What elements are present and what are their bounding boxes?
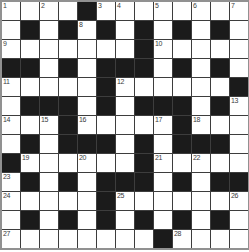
clue-number-7: 7: [231, 2, 235, 10]
cell-r1-c13[interactable]: 7: [230, 2, 248, 20]
cell-r5-c1[interactable]: 11: [2, 78, 20, 96]
cell-r12-c12: [211, 211, 229, 229]
cell-r9-c12[interactable]: [211, 154, 229, 172]
cell-r11-c8[interactable]: [135, 192, 153, 210]
cell-r3-c10[interactable]: [173, 40, 191, 58]
cell-r3-c7[interactable]: [116, 40, 134, 58]
cell-r2-c5[interactable]: 8: [78, 21, 96, 39]
cell-r1-c10[interactable]: [173, 2, 191, 20]
cell-r6-c2: [21, 97, 39, 115]
clue-number-6: 6: [193, 2, 197, 10]
cell-r8-c7[interactable]: [116, 135, 134, 153]
cell-r1-c5: [78, 2, 96, 20]
cell-r4-c13[interactable]: [230, 59, 248, 77]
cell-r13-c11[interactable]: [192, 230, 210, 248]
cell-r3-c12[interactable]: [211, 40, 229, 58]
cell-r5-c5[interactable]: [78, 78, 96, 96]
cell-r2-c9[interactable]: [154, 21, 172, 39]
cell-r6-c3: [40, 97, 58, 115]
cell-r11-c9[interactable]: [154, 192, 172, 210]
cell-r3-c11[interactable]: [192, 40, 210, 58]
cell-r10-c6: [97, 173, 115, 191]
cell-r11-c1[interactable]: 24: [2, 192, 20, 210]
cell-r7-c10: [173, 116, 191, 134]
clue-number-28: 28: [174, 230, 181, 238]
cell-r1-c7[interactable]: 4: [116, 2, 134, 20]
cell-r11-c10[interactable]: [173, 192, 191, 210]
cell-r2-c8: [135, 21, 153, 39]
cell-r3-c6[interactable]: [97, 40, 115, 58]
cell-r9-c11[interactable]: 22: [192, 154, 210, 172]
cell-r11-c5[interactable]: [78, 192, 96, 210]
cell-r2-c13[interactable]: [230, 21, 248, 39]
cell-r8-c6: [97, 135, 115, 153]
cell-r10-c11[interactable]: [192, 173, 210, 191]
cell-r2-c2: [21, 21, 39, 39]
cell-r5-c4[interactable]: [59, 78, 77, 96]
cell-r3-c4[interactable]: [59, 40, 77, 58]
cell-r2-c6: [97, 21, 115, 39]
cell-r10-c8: [135, 173, 153, 191]
cell-r6-c10: [173, 97, 191, 115]
cell-r12-c6: [97, 211, 115, 229]
cell-r3-c5[interactable]: [78, 40, 96, 58]
cell-r10-c1[interactable]: 23: [2, 173, 20, 191]
cell-r7-c13[interactable]: [230, 116, 248, 134]
cell-r12-c9[interactable]: [154, 211, 172, 229]
crossword-puzzle: 1234567891011121314151617181920212223242…: [0, 0, 249, 252]
clue-number-4: 4: [117, 2, 121, 10]
cell-r4-c6: [97, 59, 115, 77]
cell-r3-c2[interactable]: [21, 40, 39, 58]
cell-r7-c9[interactable]: 17: [154, 116, 172, 134]
cell-r4-c5[interactable]: [78, 59, 96, 77]
cell-r6-c9: [154, 97, 172, 115]
cell-r8-c3[interactable]: [40, 135, 58, 153]
cell-r6-c13[interactable]: 13: [230, 97, 248, 115]
cell-r9-c4[interactable]: [59, 154, 77, 172]
cell-r10-c12: [211, 173, 229, 191]
clue-number-1: 1: [3, 2, 7, 10]
cell-r7-c5[interactable]: 16: [78, 116, 96, 134]
cell-r1-c1[interactable]: 1: [2, 2, 20, 20]
cell-r5-c9[interactable]: [154, 78, 172, 96]
clue-number-13: 13: [231, 97, 238, 105]
cell-r7-c7[interactable]: [116, 116, 134, 134]
cell-r9-c2[interactable]: 19: [21, 154, 39, 172]
cell-r6-c11[interactable]: [192, 97, 210, 115]
cell-r4-c3[interactable]: [40, 59, 58, 77]
cell-r2-c12: [211, 21, 229, 39]
cell-r8-c13[interactable]: [230, 135, 248, 153]
cell-r2-c3[interactable]: [40, 21, 58, 39]
clue-number-16: 16: [79, 116, 86, 124]
cell-r5-c8[interactable]: [135, 78, 153, 96]
clue-number-19: 19: [22, 154, 29, 162]
cell-r2-c1[interactable]: [2, 21, 20, 39]
cell-r4-c12: [211, 59, 229, 77]
cell-r9-c8: [135, 154, 153, 172]
cell-r10-c5[interactable]: [78, 173, 96, 191]
clue-number-22: 22: [193, 154, 200, 162]
cell-r12-c2: [21, 211, 39, 229]
cell-r7-c2[interactable]: [21, 116, 39, 134]
cell-r11-c7[interactable]: 25: [116, 192, 134, 210]
cell-r8-c8: [135, 135, 153, 153]
cell-r13-c2[interactable]: [21, 230, 39, 248]
clue-number-8: 8: [79, 21, 83, 29]
cell-r11-c13[interactable]: 26: [230, 192, 248, 210]
cell-r6-c4: [59, 97, 77, 115]
cell-r7-c11[interactable]: 18: [192, 116, 210, 134]
cell-r5-c13: [230, 78, 248, 96]
cell-r4-c7: [116, 59, 134, 77]
cell-r7-c8[interactable]: [135, 116, 153, 134]
cell-r9-c3[interactable]: [40, 154, 58, 172]
cell-r12-c11[interactable]: [192, 211, 210, 229]
cell-r11-c3[interactable]: [40, 192, 58, 210]
cell-r2-c7[interactable]: [116, 21, 134, 39]
clue-number-17: 17: [155, 116, 162, 124]
cell-r13-c4[interactable]: [59, 230, 77, 248]
clue-number-21: 21: [155, 154, 162, 162]
cell-r13-c13[interactable]: [230, 230, 248, 248]
cell-r13-c9: [154, 230, 172, 248]
clue-number-25: 25: [117, 192, 124, 200]
cell-r6-c12: [211, 97, 229, 115]
cell-r6-c7[interactable]: [116, 97, 134, 115]
cell-r12-c4: [59, 211, 77, 229]
cell-r8-c10: [173, 135, 191, 153]
cell-r7-c4: [59, 116, 77, 134]
cell-r6-c5[interactable]: [78, 97, 96, 115]
cell-r7-c12[interactable]: [211, 116, 229, 134]
cell-r4-c11[interactable]: [192, 59, 210, 77]
cell-r12-c1[interactable]: [2, 211, 20, 229]
cell-r13-c5[interactable]: [78, 230, 96, 248]
cell-r12-c8: [135, 211, 153, 229]
cell-r1-c4[interactable]: [59, 2, 77, 20]
cell-r7-c1[interactable]: 14: [2, 116, 20, 134]
cell-r4-c1: [2, 59, 20, 77]
cell-r13-c1[interactable]: 27: [2, 230, 20, 248]
cell-r13-c6[interactable]: [97, 230, 115, 248]
cell-r3-c13[interactable]: [230, 40, 248, 58]
cell-r3-c3[interactable]: [40, 40, 58, 58]
cell-r1-c6[interactable]: 3: [97, 2, 115, 20]
clue-number-9: 9: [3, 40, 7, 48]
cell-r4-c10: [173, 59, 191, 77]
cell-r1-c8[interactable]: [135, 2, 153, 20]
cell-r7-c6[interactable]: [97, 116, 115, 134]
cell-r2-c10: [173, 21, 191, 39]
cell-r8-c2: [21, 135, 39, 153]
cell-r11-c12[interactable]: [211, 192, 229, 210]
cell-r8-c1[interactable]: [2, 135, 20, 153]
cell-r9-c10[interactable]: [173, 154, 191, 172]
clue-number-14: 14: [3, 116, 10, 124]
clue-number-12: 12: [117, 78, 124, 86]
cell-r1-c9[interactable]: 5: [154, 2, 172, 20]
clue-number-2: 2: [41, 2, 45, 10]
cell-r2-c11[interactable]: [192, 21, 210, 39]
cell-r5-c6: [97, 78, 115, 96]
cell-r9-c1: [2, 154, 20, 172]
cell-r4-c8: [135, 59, 153, 77]
cell-r10-c3[interactable]: [40, 173, 58, 191]
cell-r5-c11[interactable]: [192, 78, 210, 96]
cell-r5-c12[interactable]: [211, 78, 229, 96]
clue-number-11: 11: [3, 78, 10, 86]
clue-number-3: 3: [98, 2, 102, 10]
clue-number-26: 26: [231, 192, 238, 200]
cell-r13-c12[interactable]: [211, 230, 229, 248]
clue-number-10: 10: [155, 40, 162, 48]
clue-number-23: 23: [3, 173, 10, 181]
cell-r9-c13[interactable]: [230, 154, 248, 172]
clue-number-20: 20: [79, 154, 86, 162]
cell-r12-c13[interactable]: [230, 211, 248, 229]
cell-r13-c3[interactable]: [40, 230, 58, 248]
cell-r4-c9[interactable]: [154, 59, 172, 77]
cell-r11-c11[interactable]: [192, 192, 210, 210]
clue-number-27: 27: [3, 230, 10, 238]
cell-r12-c5[interactable]: [78, 211, 96, 229]
cell-r1-c2[interactable]: [21, 2, 39, 20]
cell-r3-c1[interactable]: 9: [2, 40, 20, 58]
cell-r11-c6: [97, 192, 115, 210]
clue-number-5: 5: [155, 2, 159, 10]
cell-r5-c2[interactable]: [21, 78, 39, 96]
cell-r8-c5: [78, 135, 96, 153]
cell-r9-c7[interactable]: [116, 154, 134, 172]
cell-r5-c3[interactable]: [40, 78, 58, 96]
cell-r4-c2: [21, 59, 39, 77]
cell-r10-c13: [230, 173, 248, 191]
cell-r8-c4: [59, 135, 77, 153]
cell-r3-c9[interactable]: 10: [154, 40, 172, 58]
cell-r8-c11: [192, 135, 210, 153]
cell-r2-c4: [59, 21, 77, 39]
clue-number-18: 18: [193, 116, 200, 124]
cell-r13-c7[interactable]: [116, 230, 134, 248]
cell-r10-c4: [59, 173, 77, 191]
cell-r8-c9[interactable]: [154, 135, 172, 153]
cell-r6-c1[interactable]: [2, 97, 20, 115]
cell-r8-c12: [211, 135, 229, 153]
cell-r6-c6: [97, 97, 115, 115]
cell-r13-c8[interactable]: [135, 230, 153, 248]
cell-r11-c4[interactable]: [59, 192, 77, 210]
cell-r9-c9[interactable]: 21: [154, 154, 172, 172]
cell-r9-c6[interactable]: [97, 154, 115, 172]
clue-number-24: 24: [3, 192, 10, 200]
cell-r12-c10: [173, 211, 191, 229]
cell-r4-c4: [59, 59, 77, 77]
cell-r6-c8: [135, 97, 153, 115]
crossword-grid: 1234567891011121314151617181920212223242…: [0, 0, 249, 250]
cell-r12-c3[interactable]: [40, 211, 58, 229]
cell-r10-c9[interactable]: [154, 173, 172, 191]
cell-r9-c5[interactable]: 20: [78, 154, 96, 172]
cell-r13-c10[interactable]: 28: [173, 230, 191, 248]
cell-r10-c7: [116, 173, 134, 191]
cell-r11-c2[interactable]: [21, 192, 39, 210]
cell-r7-c3[interactable]: 15: [40, 116, 58, 134]
cell-r5-c10[interactable]: [173, 78, 191, 96]
cell-r10-c10: [173, 173, 191, 191]
cell-r10-c2: [21, 173, 39, 191]
cell-r12-c7[interactable]: [116, 211, 134, 229]
cell-r3-c8: [135, 40, 153, 58]
clue-number-15: 15: [41, 116, 48, 124]
cell-r5-c7[interactable]: 12: [116, 78, 134, 96]
cell-r1-c12[interactable]: [211, 2, 229, 20]
cell-r1-c3[interactable]: 2: [40, 2, 58, 20]
cell-r1-c11[interactable]: 6: [192, 2, 210, 20]
